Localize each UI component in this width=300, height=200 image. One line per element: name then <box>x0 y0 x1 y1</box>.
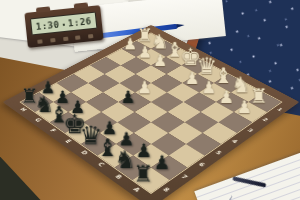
clock-button[interactable] <box>88 34 93 39</box>
photo-canvas: ♜♞♝♚♛♝♞♜♟♟♟♟♟♟♟♟♟♟♟♟♟♟♟♟♜♞♝♚♛♝♞♜ HGFEDCB… <box>0 0 300 200</box>
board-grid: ♜♞♝♚♛♝♞♜♟♟♟♟♟♟♟♟♟♟♟♟♟♟♟♟♜♞♝♚♛♝♞♜ <box>21 33 281 193</box>
clock-time-right: 1:26 <box>67 16 92 28</box>
rank-label-8: 8 <box>161 187 170 193</box>
piece-white-pawn-f2[interactable]: ♟ <box>149 53 171 69</box>
clock-rocker-left[interactable] <box>36 6 50 12</box>
clock-display: 1:30 ▪ 1:26 <box>30 12 97 36</box>
file-label-g: G <box>33 118 42 123</box>
file-label-a: A <box>131 187 140 194</box>
rank-label-3: 3 <box>246 128 254 133</box>
rank-label-7: 7 <box>179 174 188 180</box>
rank-label-6: 6 <box>197 162 206 168</box>
clock-move-indicator: ▪ <box>62 20 66 26</box>
piece-black-pawn-e5[interactable]: ♟ <box>116 89 139 106</box>
piece-white-pawn-a2[interactable]: ♟ <box>232 99 256 116</box>
clock-time-left: 1:30 <box>35 19 60 31</box>
clock-button[interactable] <box>75 35 80 40</box>
rank-label-5: 5 <box>214 150 222 156</box>
piece-black-rook-a8[interactable]: ♜ <box>130 162 156 185</box>
file-label-e: E <box>64 139 72 144</box>
file-label-d: D <box>79 150 88 156</box>
file-label-f: F <box>48 128 56 133</box>
file-label-h: H <box>18 107 27 112</box>
file-label-b: B <box>113 174 122 180</box>
dark-pen <box>232 176 266 187</box>
clock-button[interactable] <box>50 38 55 43</box>
handwriting-mark <box>216 192 234 200</box>
clock-button[interactable] <box>63 37 68 42</box>
rank-label-2: 2 <box>261 118 269 123</box>
clock-rocker-right[interactable] <box>74 2 88 8</box>
rank-label-4: 4 <box>230 139 238 144</box>
file-label-c: C <box>96 162 105 168</box>
clock-button[interactable] <box>37 39 42 44</box>
square-e4[interactable]: ♟ <box>135 83 167 102</box>
rank-label-1: 1 <box>275 107 283 112</box>
